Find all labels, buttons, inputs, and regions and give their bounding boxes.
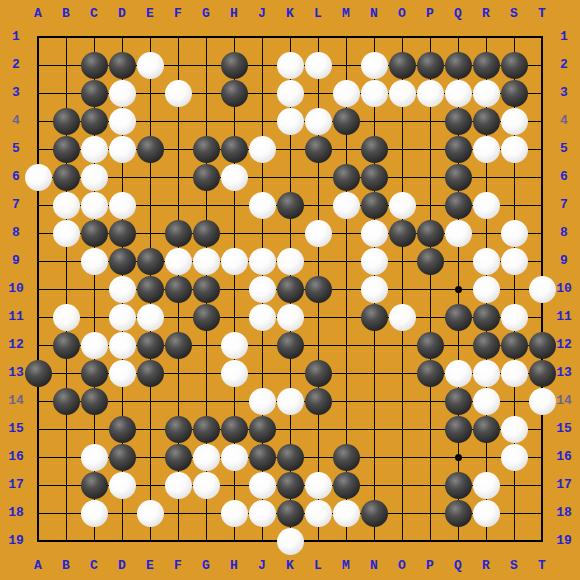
white-stone-K19 <box>277 528 304 555</box>
white-stone-D5 <box>109 136 136 163</box>
column-label-top-Q: Q <box>448 7 468 21</box>
black-stone-P9 <box>417 248 444 275</box>
black-stone-E13 <box>137 360 164 387</box>
white-stone-O11 <box>389 304 416 331</box>
black-stone-K10 <box>277 276 304 303</box>
column-label-bottom-K: K <box>280 559 300 573</box>
column-label-bottom-M: M <box>336 559 356 573</box>
white-stone-S9 <box>501 248 528 275</box>
column-label-top-A: A <box>28 7 48 21</box>
white-stone-G9 <box>193 248 220 275</box>
black-stone-P8 <box>417 220 444 247</box>
column-label-bottom-L: L <box>308 559 328 573</box>
black-stone-M16 <box>333 444 360 471</box>
black-stone-J15 <box>249 416 276 443</box>
row-label-left-14: 14 <box>2 394 30 408</box>
column-label-top-M: M <box>336 7 356 21</box>
black-stone-F10 <box>165 276 192 303</box>
black-stone-C2 <box>81 52 108 79</box>
column-label-top-G: G <box>196 7 216 21</box>
hoshi-point-Q10 <box>455 286 462 293</box>
row-label-left-9: 9 <box>2 254 30 268</box>
black-stone-P12 <box>417 332 444 359</box>
black-stone-M6 <box>333 164 360 191</box>
column-label-top-C: C <box>84 7 104 21</box>
column-label-bottom-S: S <box>504 559 524 573</box>
white-stone-L2 <box>305 52 332 79</box>
white-stone-H13 <box>221 360 248 387</box>
white-stone-N2 <box>361 52 388 79</box>
column-label-bottom-T: T <box>532 559 552 573</box>
column-label-top-E: E <box>140 7 160 21</box>
column-label-bottom-R: R <box>476 559 496 573</box>
white-stone-S13 <box>501 360 528 387</box>
white-stone-C5 <box>81 136 108 163</box>
black-stone-K12 <box>277 332 304 359</box>
black-stone-O2 <box>389 52 416 79</box>
white-stone-D13 <box>109 360 136 387</box>
white-stone-C7 <box>81 192 108 219</box>
row-label-right-2: 2 <box>550 58 578 72</box>
white-stone-P3 <box>417 80 444 107</box>
white-stone-R3 <box>473 80 500 107</box>
black-stone-B6 <box>53 164 80 191</box>
column-label-top-K: K <box>280 7 300 21</box>
black-stone-B12 <box>53 332 80 359</box>
column-label-bottom-J: J <box>252 559 272 573</box>
column-label-bottom-H: H <box>224 559 244 573</box>
column-label-top-N: N <box>364 7 384 21</box>
black-stone-R15 <box>473 416 500 443</box>
white-stone-Q8 <box>445 220 472 247</box>
row-label-right-16: 16 <box>550 450 578 464</box>
row-label-left-11: 11 <box>2 310 30 324</box>
white-stone-G17 <box>193 472 220 499</box>
white-stone-D10 <box>109 276 136 303</box>
white-stone-D12 <box>109 332 136 359</box>
row-label-right-7: 7 <box>550 198 578 212</box>
white-stone-R17 <box>473 472 500 499</box>
white-stone-S5 <box>501 136 528 163</box>
black-stone-C8 <box>81 220 108 247</box>
row-label-left-4: 4 <box>2 114 30 128</box>
black-stone-D15 <box>109 416 136 443</box>
white-stone-R13 <box>473 360 500 387</box>
black-stone-M17 <box>333 472 360 499</box>
black-stone-O8 <box>389 220 416 247</box>
white-stone-D4 <box>109 108 136 135</box>
row-label-left-16: 16 <box>2 450 30 464</box>
row-label-right-8: 8 <box>550 226 578 240</box>
white-stone-G16 <box>193 444 220 471</box>
black-stone-C14 <box>81 388 108 415</box>
column-label-bottom-E: E <box>140 559 160 573</box>
white-stone-F17 <box>165 472 192 499</box>
black-stone-S12 <box>501 332 528 359</box>
white-stone-J9 <box>249 248 276 275</box>
white-stone-K9 <box>277 248 304 275</box>
white-stone-S11 <box>501 304 528 331</box>
column-label-bottom-Q: Q <box>448 559 468 573</box>
white-stone-A6 <box>25 164 52 191</box>
white-stone-R10 <box>473 276 500 303</box>
column-label-top-D: D <box>112 7 132 21</box>
black-stone-N18 <box>361 500 388 527</box>
go-board[interactable]: AABBCCDDEEFFGGHHJJKKLLMMNNOOPPQQRRSSTT11… <box>0 0 580 580</box>
black-stone-G15 <box>193 416 220 443</box>
white-stone-B8 <box>53 220 80 247</box>
white-stone-K14 <box>277 388 304 415</box>
black-stone-H2 <box>221 52 248 79</box>
black-stone-G5 <box>193 136 220 163</box>
column-label-top-P: P <box>420 7 440 21</box>
white-stone-J7 <box>249 192 276 219</box>
column-label-top-T: T <box>532 7 552 21</box>
black-stone-P2 <box>417 52 444 79</box>
white-stone-H16 <box>221 444 248 471</box>
row-label-left-7: 7 <box>2 198 30 212</box>
white-stone-E18 <box>137 500 164 527</box>
white-stone-S4 <box>501 108 528 135</box>
white-stone-C6 <box>81 164 108 191</box>
row-label-left-15: 15 <box>2 422 30 436</box>
white-stone-N8 <box>361 220 388 247</box>
black-stone-B4 <box>53 108 80 135</box>
white-stone-C18 <box>81 500 108 527</box>
black-stone-Q15 <box>445 416 472 443</box>
white-stone-R7 <box>473 192 500 219</box>
row-label-right-6: 6 <box>550 170 578 184</box>
black-stone-R12 <box>473 332 500 359</box>
white-stone-J11 <box>249 304 276 331</box>
row-label-right-4: 4 <box>550 114 578 128</box>
column-label-top-B: B <box>56 7 76 21</box>
black-stone-Q5 <box>445 136 472 163</box>
column-label-bottom-C: C <box>84 559 104 573</box>
black-stone-Q11 <box>445 304 472 331</box>
black-stone-H3 <box>221 80 248 107</box>
row-label-left-10: 10 <box>2 282 30 296</box>
white-stone-M3 <box>333 80 360 107</box>
white-stone-Q13 <box>445 360 472 387</box>
white-stone-J17 <box>249 472 276 499</box>
grid-line-vertical <box>430 37 431 541</box>
column-label-bottom-O: O <box>392 559 412 573</box>
black-stone-G6 <box>193 164 220 191</box>
row-label-right-18: 18 <box>550 506 578 520</box>
row-label-right-15: 15 <box>550 422 578 436</box>
black-stone-C17 <box>81 472 108 499</box>
white-stone-R18 <box>473 500 500 527</box>
white-stone-K2 <box>277 52 304 79</box>
white-stone-O3 <box>389 80 416 107</box>
row-label-left-12: 12 <box>2 338 30 352</box>
row-label-left-8: 8 <box>2 226 30 240</box>
black-stone-F8 <box>165 220 192 247</box>
black-stone-D9 <box>109 248 136 275</box>
white-stone-D3 <box>109 80 136 107</box>
black-stone-L13 <box>305 360 332 387</box>
black-stone-K17 <box>277 472 304 499</box>
black-stone-F15 <box>165 416 192 443</box>
black-stone-R4 <box>473 108 500 135</box>
white-stone-S15 <box>501 416 528 443</box>
white-stone-M7 <box>333 192 360 219</box>
white-stone-L8 <box>305 220 332 247</box>
column-label-top-L: L <box>308 7 328 21</box>
row-label-left-18: 18 <box>2 506 30 520</box>
white-stone-C16 <box>81 444 108 471</box>
white-stone-L18 <box>305 500 332 527</box>
row-label-left-5: 5 <box>2 142 30 156</box>
black-stone-S2 <box>501 52 528 79</box>
white-stone-K11 <box>277 304 304 331</box>
black-stone-D16 <box>109 444 136 471</box>
white-stone-S16 <box>501 444 528 471</box>
white-stone-C9 <box>81 248 108 275</box>
white-stone-L4 <box>305 108 332 135</box>
white-stone-J10 <box>249 276 276 303</box>
black-stone-D8 <box>109 220 136 247</box>
row-label-right-11: 11 <box>550 310 578 324</box>
black-stone-E5 <box>137 136 164 163</box>
row-label-left-19: 19 <box>2 534 30 548</box>
black-stone-N5 <box>361 136 388 163</box>
black-stone-Q14 <box>445 388 472 415</box>
black-stone-K18 <box>277 500 304 527</box>
white-stone-E2 <box>137 52 164 79</box>
white-stone-F9 <box>165 248 192 275</box>
white-stone-D7 <box>109 192 136 219</box>
black-stone-N6 <box>361 164 388 191</box>
black-stone-H5 <box>221 136 248 163</box>
white-stone-K4 <box>277 108 304 135</box>
black-stone-M4 <box>333 108 360 135</box>
white-stone-B11 <box>53 304 80 331</box>
column-label-bottom-F: F <box>168 559 188 573</box>
black-stone-K7 <box>277 192 304 219</box>
column-label-top-O: O <box>392 7 412 21</box>
white-stone-F3 <box>165 80 192 107</box>
column-label-top-J: J <box>252 7 272 21</box>
white-stone-M18 <box>333 500 360 527</box>
black-stone-T13 <box>529 360 556 387</box>
white-stone-J5 <box>249 136 276 163</box>
black-stone-Q6 <box>445 164 472 191</box>
white-stone-N10 <box>361 276 388 303</box>
black-stone-D2 <box>109 52 136 79</box>
row-label-left-2: 2 <box>2 58 30 72</box>
column-label-top-H: H <box>224 7 244 21</box>
black-stone-F16 <box>165 444 192 471</box>
black-stone-E12 <box>137 332 164 359</box>
column-label-bottom-D: D <box>112 559 132 573</box>
white-stone-N9 <box>361 248 388 275</box>
row-label-right-19: 19 <box>550 534 578 548</box>
black-stone-E9 <box>137 248 164 275</box>
white-stone-H12 <box>221 332 248 359</box>
white-stone-S8 <box>501 220 528 247</box>
white-stone-C12 <box>81 332 108 359</box>
black-stone-N11 <box>361 304 388 331</box>
white-stone-O7 <box>389 192 416 219</box>
black-stone-S3 <box>501 80 528 107</box>
column-label-top-S: S <box>504 7 524 21</box>
black-stone-G11 <box>193 304 220 331</box>
white-stone-L17 <box>305 472 332 499</box>
black-stone-Q2 <box>445 52 472 79</box>
white-stone-H9 <box>221 248 248 275</box>
black-stone-C3 <box>81 80 108 107</box>
white-stone-D11 <box>109 304 136 331</box>
row-label-right-1: 1 <box>550 30 578 44</box>
black-stone-L10 <box>305 276 332 303</box>
black-stone-H15 <box>221 416 248 443</box>
hoshi-point-Q16 <box>455 454 462 461</box>
column-label-top-F: F <box>168 7 188 21</box>
black-stone-P13 <box>417 360 444 387</box>
black-stone-G8 <box>193 220 220 247</box>
row-label-right-17: 17 <box>550 478 578 492</box>
black-stone-R11 <box>473 304 500 331</box>
black-stone-B14 <box>53 388 80 415</box>
black-stone-B5 <box>53 136 80 163</box>
row-label-right-9: 9 <box>550 254 578 268</box>
white-stone-J14 <box>249 388 276 415</box>
white-stone-R14 <box>473 388 500 415</box>
white-stone-J18 <box>249 500 276 527</box>
white-stone-T10 <box>529 276 556 303</box>
black-stone-L5 <box>305 136 332 163</box>
black-stone-Q17 <box>445 472 472 499</box>
column-label-bottom-B: B <box>56 559 76 573</box>
row-label-right-3: 3 <box>550 86 578 100</box>
white-stone-R9 <box>473 248 500 275</box>
white-stone-H6 <box>221 164 248 191</box>
black-stone-J16 <box>249 444 276 471</box>
black-stone-F12 <box>165 332 192 359</box>
row-label-right-5: 5 <box>550 142 578 156</box>
white-stone-R5 <box>473 136 500 163</box>
column-label-bottom-A: A <box>28 559 48 573</box>
white-stone-H18 <box>221 500 248 527</box>
white-stone-D17 <box>109 472 136 499</box>
black-stone-E10 <box>137 276 164 303</box>
black-stone-C4 <box>81 108 108 135</box>
black-stone-Q18 <box>445 500 472 527</box>
white-stone-T14 <box>529 388 556 415</box>
black-stone-T12 <box>529 332 556 359</box>
black-stone-G10 <box>193 276 220 303</box>
white-stone-B7 <box>53 192 80 219</box>
column-label-bottom-G: G <box>196 559 216 573</box>
black-stone-A13 <box>25 360 52 387</box>
white-stone-E11 <box>137 304 164 331</box>
white-stone-Q3 <box>445 80 472 107</box>
black-stone-Q7 <box>445 192 472 219</box>
black-stone-R2 <box>473 52 500 79</box>
white-stone-N3 <box>361 80 388 107</box>
row-label-left-3: 3 <box>2 86 30 100</box>
black-stone-C13 <box>81 360 108 387</box>
row-label-left-1: 1 <box>2 30 30 44</box>
black-stone-K16 <box>277 444 304 471</box>
column-label-bottom-N: N <box>364 559 384 573</box>
black-stone-L14 <box>305 388 332 415</box>
black-stone-N7 <box>361 192 388 219</box>
column-label-bottom-P: P <box>420 559 440 573</box>
black-stone-Q4 <box>445 108 472 135</box>
grid-line-vertical <box>402 37 403 541</box>
white-stone-K3 <box>277 80 304 107</box>
column-label-top-R: R <box>476 7 496 21</box>
row-label-left-17: 17 <box>2 478 30 492</box>
